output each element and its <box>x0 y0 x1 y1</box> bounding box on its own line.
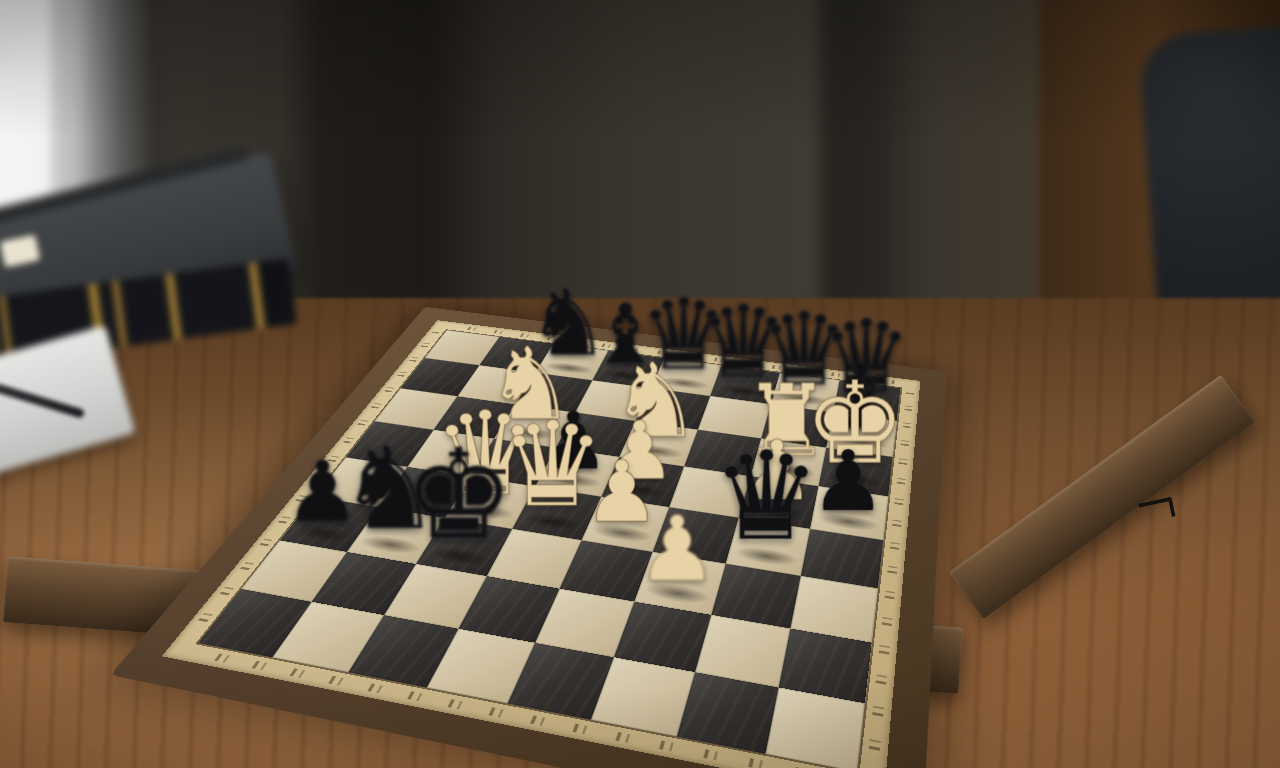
square-f1 <box>591 657 695 736</box>
board-perspective-wrap: ♞♝♛♛♛♛♝♞♞♜♚♟♟♟♟♛♛♟♛♟♞♚♟ <box>70 140 1170 760</box>
chess-photo-scene: ♞♝♛♛♛♛♝♞♞♜♚♟♟♟♟♛♛♟♛♟♞♚♟ <box>0 0 1280 768</box>
square-g1 <box>677 672 779 754</box>
black-king-c3: ♚ <box>403 433 514 557</box>
square-h1 <box>765 687 864 768</box>
white-pawn-f3: ♟ <box>636 504 717 595</box>
square-h5: ♟ <box>810 486 888 540</box>
coordinate-border: ♞♝♛♛♛♛♝♞♞♜♚♟♟♟♟♛♛♟♛♟♞♚♟ <box>162 320 920 768</box>
black-pawn-h5: ♟ <box>811 439 886 523</box>
black-queen-g4: ♛ <box>711 435 821 557</box>
chess-board: ♞♝♛♛♛♛♝♞♞♜♚♟♟♟♟♛♛♟♛♟♞♚♟ <box>198 330 900 768</box>
square-h2 <box>779 629 872 704</box>
board-frame: ♞♝♛♛♛♛♝♞♞♜♚♟♟♟♟♛♛♟♛♟♞♚♟ <box>110 307 946 768</box>
